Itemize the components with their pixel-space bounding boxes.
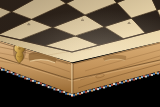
fringe-pixel <box>13 73 15 75</box>
fringe-pixel <box>28 78 30 80</box>
fringe-pixel <box>113 83 115 85</box>
fringe-pixel <box>26 78 28 80</box>
fringe-pixel <box>52 87 54 89</box>
fringe-pixel <box>15 73 17 75</box>
fringe-pixel <box>73 94 75 96</box>
fringe-pixel <box>79 93 81 95</box>
fringe-pixel <box>151 74 153 76</box>
fringe-pixel <box>30 80 32 82</box>
fringe-pixel <box>87 90 89 92</box>
fringe-pixel <box>135 78 137 80</box>
fringe-pixel <box>65 93 67 95</box>
fringe-pixel <box>99 87 101 89</box>
fringe-pixel <box>83 91 85 93</box>
fringe-pixel <box>9 71 11 73</box>
fringe-pixel <box>42 84 44 86</box>
fringe-pixel <box>105 86 107 88</box>
fringe-pixel <box>103 87 105 89</box>
fringe-pixel <box>95 88 97 90</box>
fringe-pixel <box>97 88 99 90</box>
fringe-pixel <box>137 77 139 79</box>
fringe-pixel <box>69 93 71 95</box>
fringe-pixel <box>34 80 36 82</box>
fringe-pixel <box>147 75 149 77</box>
fringe-pixel <box>101 86 103 88</box>
fringe-pixel <box>85 91 87 93</box>
fringe-pixel <box>3 69 5 71</box>
fringe-pixel <box>159 71 160 73</box>
fringe-pixel <box>123 81 125 83</box>
fringe-pixel <box>53 88 55 90</box>
fringe-pixel <box>91 90 93 92</box>
fringe-pixel <box>119 81 121 83</box>
fringe-pixel <box>129 79 131 81</box>
fringe-pixel <box>109 85 111 87</box>
fringe-pixel <box>93 89 95 91</box>
fringe-pixel <box>59 91 61 93</box>
fringe-pixel <box>155 72 157 74</box>
fringe-pixel <box>61 91 63 93</box>
fringe-pixel <box>133 79 135 81</box>
fringe-pixel <box>38 82 40 84</box>
fringe-pixel <box>157 72 159 74</box>
fringe-pixel <box>67 93 69 95</box>
fringe-pixel <box>36 82 38 84</box>
fringe-pixel <box>40 82 42 84</box>
fringe-pixel <box>127 80 129 82</box>
clasp-detail <box>18 47 20 49</box>
fringe-pixel <box>24 77 26 79</box>
fringe-pixel <box>143 75 145 77</box>
fringe-pixel <box>57 89 59 91</box>
fringe-pixel <box>115 83 117 85</box>
fringe-pixel <box>139 77 141 79</box>
fringe-pixel <box>125 80 127 82</box>
fringe-pixel <box>145 76 147 78</box>
fringe-pixel <box>55 89 57 91</box>
fringe-pixel <box>121 82 123 84</box>
fringe-pixel <box>153 73 155 75</box>
fringe-pixel <box>50 86 52 88</box>
fringe-pixel <box>48 86 50 88</box>
fringe-pixel <box>71 94 73 96</box>
fringe-pixel <box>81 92 83 94</box>
fringe-pixel <box>1 69 3 71</box>
fringe-pixel <box>75 93 77 95</box>
fringe-pixel <box>20 75 22 77</box>
fringe-pixel <box>77 92 79 94</box>
chess-box-photo <box>0 0 160 107</box>
fringe-pixel <box>32 80 34 82</box>
fringe-pixel <box>149 74 151 76</box>
fringe-pixel <box>46 85 48 87</box>
chess-box-scene <box>0 0 160 107</box>
fringe-pixel <box>141 76 143 78</box>
fringe-pixel <box>7 71 9 73</box>
fringe-pixel <box>111 84 113 86</box>
fringe-pixel <box>131 78 133 80</box>
fringe-pixel <box>44 84 46 86</box>
fringe-pixel <box>117 82 119 84</box>
fringe-pixel <box>18 75 20 77</box>
